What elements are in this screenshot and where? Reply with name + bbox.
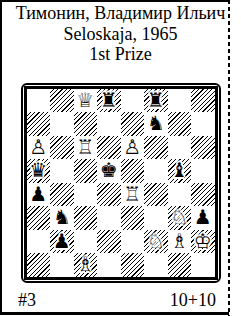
square-h3: ♟ bbox=[191, 206, 215, 230]
square-a8 bbox=[27, 89, 51, 113]
white-b-piece-g2: ♗ bbox=[170, 230, 188, 254]
square-d6 bbox=[97, 136, 121, 160]
square-d4 bbox=[97, 183, 121, 207]
black-k-piece-d5: ♚ bbox=[100, 159, 118, 183]
black-p-piece-a4: ♟ bbox=[29, 183, 47, 207]
black-n-piece-b3: ♞ bbox=[53, 206, 71, 230]
board-inner-border: ♕♜♜♞♙♖♙♛♚♝♟♖♞♘♟♟♘♗♔♗ bbox=[24, 86, 218, 280]
square-a6: ♙ bbox=[27, 136, 51, 160]
square-h7 bbox=[191, 112, 215, 136]
title-block: Тимонин, Владимир Ильич Seloskaja, 1965 … bbox=[0, 0, 241, 65]
square-f6 bbox=[144, 136, 168, 160]
square-b4 bbox=[50, 183, 74, 207]
square-e8 bbox=[121, 89, 145, 113]
material-count-label: 10+10 bbox=[170, 290, 216, 310]
black-p-piece-h3: ♟ bbox=[194, 206, 212, 230]
square-g3: ♘ bbox=[168, 206, 192, 230]
square-b8 bbox=[50, 89, 74, 113]
white-r-piece-c6: ♖ bbox=[76, 136, 94, 160]
stipulation-label: #3 bbox=[18, 290, 36, 310]
square-c8: ♕ bbox=[74, 89, 98, 113]
cut-line bbox=[228, 0, 230, 316]
black-b-piece-g5: ♝ bbox=[170, 159, 188, 183]
square-a3 bbox=[27, 206, 51, 230]
square-h6 bbox=[191, 136, 215, 160]
square-b6 bbox=[50, 136, 74, 160]
white-n-piece-f2: ♘ bbox=[147, 230, 165, 254]
square-e5 bbox=[121, 159, 145, 183]
square-c2 bbox=[74, 230, 98, 254]
square-a5: ♛ bbox=[27, 159, 51, 183]
square-e3 bbox=[121, 206, 145, 230]
square-f5 bbox=[144, 159, 168, 183]
square-b1 bbox=[50, 253, 74, 277]
square-f7: ♞ bbox=[144, 112, 168, 136]
square-e7 bbox=[121, 112, 145, 136]
black-n-piece-f7: ♞ bbox=[147, 112, 165, 136]
square-b2: ♟ bbox=[50, 230, 74, 254]
square-e4: ♖ bbox=[121, 183, 145, 207]
square-g2: ♗ bbox=[168, 230, 192, 254]
square-f2: ♘ bbox=[144, 230, 168, 254]
black-r-piece-d8: ♜ bbox=[100, 89, 118, 113]
square-d7 bbox=[97, 112, 121, 136]
square-e2 bbox=[121, 230, 145, 254]
square-f4 bbox=[144, 183, 168, 207]
square-e1 bbox=[121, 253, 145, 277]
square-c6: ♖ bbox=[74, 136, 98, 160]
square-c4 bbox=[74, 183, 98, 207]
square-g6 bbox=[168, 136, 192, 160]
square-c5 bbox=[74, 159, 98, 183]
square-a2 bbox=[27, 230, 51, 254]
black-r-piece-f8: ♜ bbox=[147, 89, 165, 113]
square-f8: ♜ bbox=[144, 89, 168, 113]
square-b3: ♞ bbox=[50, 206, 74, 230]
square-c7 bbox=[74, 112, 98, 136]
white-k-piece-h2: ♔ bbox=[194, 230, 212, 254]
composer-name: Тимонин, Владимир Ильич bbox=[0, 3, 241, 24]
square-h5 bbox=[191, 159, 215, 183]
square-d3 bbox=[97, 206, 121, 230]
square-f3 bbox=[144, 206, 168, 230]
board-wrapper: ♕♜♜♞♙♖♙♛♚♝♟♖♞♘♟♟♘♗♔♗ bbox=[21, 83, 221, 283]
square-d8: ♜ bbox=[97, 89, 121, 113]
square-d1 bbox=[97, 253, 121, 277]
award-line: 1st Prize bbox=[0, 44, 241, 65]
caption-row: #3 10+10 bbox=[0, 290, 241, 310]
square-h8 bbox=[191, 89, 215, 113]
white-n-piece-g3: ♘ bbox=[170, 206, 188, 230]
square-h1 bbox=[191, 253, 215, 277]
source-line: Seloskaja, 1965 bbox=[0, 24, 241, 45]
square-b5 bbox=[50, 159, 74, 183]
black-q-piece-a5: ♛ bbox=[29, 159, 47, 183]
white-r-piece-e4: ♖ bbox=[123, 183, 141, 207]
square-a1 bbox=[27, 253, 51, 277]
square-d5: ♚ bbox=[97, 159, 121, 183]
board-outer-border: ♕♜♜♞♙♖♙♛♚♝♟♖♞♘♟♟♘♗♔♗ bbox=[21, 83, 221, 283]
square-h2: ♔ bbox=[191, 230, 215, 254]
square-a4: ♟ bbox=[27, 183, 51, 207]
square-g5: ♝ bbox=[168, 159, 192, 183]
square-c1: ♗ bbox=[74, 253, 98, 277]
square-g8 bbox=[168, 89, 192, 113]
black-p-piece-b2: ♟ bbox=[53, 230, 71, 254]
problem-card: Тимонин, Владимир Ильич Seloskaja, 1965 … bbox=[0, 0, 241, 316]
square-g1 bbox=[168, 253, 192, 277]
square-g4 bbox=[168, 183, 192, 207]
square-g7 bbox=[168, 112, 192, 136]
square-e6: ♙ bbox=[121, 136, 145, 160]
white-p-piece-a6: ♙ bbox=[29, 136, 47, 160]
square-a7 bbox=[27, 112, 51, 136]
square-h4 bbox=[191, 183, 215, 207]
square-f1 bbox=[144, 253, 168, 277]
chess-board: ♕♜♜♞♙♖♙♛♚♝♟♖♞♘♟♟♘♗♔♗ bbox=[27, 89, 215, 277]
white-b-piece-c1: ♗ bbox=[76, 253, 94, 277]
white-p-piece-e6: ♙ bbox=[123, 136, 141, 160]
square-c3 bbox=[74, 206, 98, 230]
square-d2 bbox=[97, 230, 121, 254]
white-q-piece-c8: ♕ bbox=[76, 89, 94, 113]
square-b7 bbox=[50, 112, 74, 136]
